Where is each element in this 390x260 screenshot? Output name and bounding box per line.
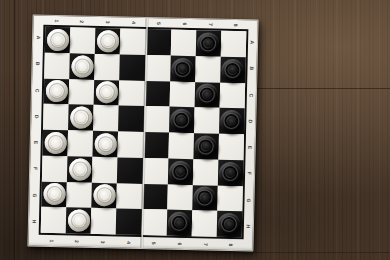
coord-right-F: F	[247, 172, 252, 175]
coord-left-C: C	[34, 88, 39, 92]
square-G5[interactable]	[142, 183, 168, 209]
square-G6[interactable]	[167, 184, 193, 210]
coord-top-3: 3	[105, 20, 110, 23]
square-E6[interactable]	[168, 133, 194, 159]
square-D5[interactable]	[144, 106, 170, 132]
square-E8[interactable]	[218, 134, 244, 160]
black-checker[interactable]	[168, 212, 190, 234]
square-A3[interactable]	[95, 28, 121, 54]
coord-right-C: C	[248, 93, 253, 97]
square-A8[interactable]	[221, 31, 247, 57]
square-A4[interactable]	[120, 28, 146, 54]
white-checker[interactable]	[69, 158, 91, 180]
coord-left-E: E	[33, 141, 38, 144]
white-checker[interactable]	[93, 184, 115, 206]
square-D7[interactable]	[194, 107, 220, 133]
black-checker[interactable]	[196, 84, 218, 106]
square-H3[interactable]	[91, 208, 117, 234]
square-G1[interactable]	[41, 181, 67, 207]
coord-bottom-6: 6	[177, 242, 182, 245]
black-checker[interactable]	[197, 32, 219, 54]
square-H7[interactable]	[191, 210, 217, 236]
square-C6[interactable]	[169, 81, 195, 107]
board-grid	[39, 25, 249, 240]
black-checker[interactable]	[171, 57, 193, 79]
white-checker[interactable]	[95, 81, 117, 103]
white-checker[interactable]	[70, 106, 92, 128]
square-D2[interactable]	[68, 105, 94, 131]
coord-top-4: 4	[131, 21, 136, 24]
black-checker[interactable]	[195, 135, 217, 157]
square-B4[interactable]	[120, 54, 146, 80]
square-E7[interactable]	[193, 133, 219, 159]
coord-top-2: 2	[79, 20, 84, 23]
white-checker[interactable]	[71, 55, 93, 77]
coord-right-H: H	[245, 224, 250, 228]
wood-plank-seam	[14, 0, 16, 260]
square-B3[interactable]	[94, 54, 120, 80]
black-checker[interactable]	[194, 187, 216, 209]
square-G7[interactable]	[192, 185, 218, 211]
coord-top-8: 8	[233, 23, 238, 26]
square-E3[interactable]	[93, 131, 119, 157]
coord-left-H: H	[31, 220, 36, 224]
coord-top-5: 5	[156, 21, 161, 24]
white-checker[interactable]	[44, 132, 66, 154]
coord-right-G: G	[246, 198, 251, 202]
wood-plank-seam	[255, 252, 390, 253]
square-H1[interactable]	[41, 207, 67, 233]
black-checker[interactable]	[222, 58, 244, 80]
square-B5[interactable]	[145, 55, 171, 81]
square-F4[interactable]	[117, 157, 143, 183]
black-checker[interactable]	[170, 109, 192, 131]
white-checker[interactable]	[97, 30, 119, 52]
coord-bottom-2: 2	[74, 240, 79, 243]
square-A2[interactable]	[70, 27, 96, 53]
wood-plank-seam	[250, 88, 390, 89]
square-F7[interactable]	[193, 159, 219, 185]
coord-top-6: 6	[182, 22, 187, 25]
square-H4[interactable]	[116, 209, 142, 235]
coord-bottom-8: 8	[228, 243, 233, 246]
square-G4[interactable]	[117, 183, 143, 209]
square-E2[interactable]	[68, 130, 94, 156]
square-H2[interactable]	[66, 208, 92, 234]
square-H5[interactable]	[141, 209, 167, 235]
square-B6[interactable]	[170, 55, 196, 81]
coord-bottom-1: 1	[49, 239, 54, 242]
square-F3[interactable]	[92, 157, 118, 183]
coord-left-G: G	[32, 193, 37, 197]
square-A1[interactable]	[45, 27, 71, 53]
square-D1[interactable]	[43, 104, 69, 130]
black-checker[interactable]	[219, 161, 241, 183]
square-C4[interactable]	[119, 80, 145, 106]
white-checker[interactable]	[46, 29, 68, 51]
square-E4[interactable]	[118, 131, 144, 157]
square-B2[interactable]	[69, 53, 95, 79]
coord-bottom-5: 5	[151, 241, 156, 244]
square-D3[interactable]	[93, 105, 119, 131]
coord-left-B: B	[35, 62, 40, 66]
black-checker[interactable]	[220, 110, 242, 132]
coord-right-D: D	[248, 119, 253, 123]
square-C3[interactable]	[94, 79, 120, 105]
square-G2[interactable]	[66, 182, 92, 208]
square-H6[interactable]	[166, 210, 192, 236]
square-F8[interactable]	[218, 159, 244, 185]
square-G3[interactable]	[92, 182, 118, 208]
white-checker[interactable]	[45, 80, 67, 102]
coord-bottom-3: 3	[100, 240, 105, 243]
white-checker[interactable]	[94, 133, 116, 155]
square-C1[interactable]	[44, 78, 70, 104]
square-B7[interactable]	[195, 56, 221, 82]
square-C2[interactable]	[69, 79, 95, 105]
square-B1[interactable]	[44, 53, 70, 79]
square-C7[interactable]	[194, 82, 220, 108]
checkers-board: 1122334455667788AABBCCDDEEFFGGHH	[27, 14, 258, 251]
square-F1[interactable]	[42, 155, 68, 181]
square-D6[interactable]	[169, 107, 195, 133]
square-C8[interactable]	[219, 82, 245, 108]
square-B8[interactable]	[220, 56, 246, 82]
coord-left-F: F	[33, 167, 38, 170]
square-E1[interactable]	[42, 130, 68, 156]
square-D8[interactable]	[219, 108, 245, 134]
square-F2[interactable]	[67, 156, 93, 182]
square-E5[interactable]	[143, 132, 169, 158]
coord-right-B: B	[249, 67, 254, 71]
coord-left-D: D	[34, 115, 39, 119]
coord-top-1: 1	[54, 19, 59, 22]
square-C5[interactable]	[144, 81, 170, 107]
white-checker[interactable]	[43, 183, 65, 205]
black-checker[interactable]	[218, 213, 240, 235]
black-checker[interactable]	[169, 160, 191, 182]
square-A6[interactable]	[170, 30, 196, 56]
square-G8[interactable]	[217, 185, 243, 211]
coord-bottom-7: 7	[203, 242, 208, 245]
coord-left-A: A	[36, 36, 41, 40]
coord-top-7: 7	[208, 23, 213, 26]
square-F5[interactable]	[142, 158, 168, 184]
square-A5[interactable]	[145, 29, 171, 55]
coord-bottom-4: 4	[126, 241, 131, 244]
white-checker[interactable]	[67, 209, 89, 231]
square-F6[interactable]	[167, 158, 193, 184]
square-A7[interactable]	[196, 30, 222, 56]
square-H8[interactable]	[217, 211, 243, 237]
coord-right-E: E	[247, 146, 252, 149]
square-D4[interactable]	[118, 106, 144, 132]
coord-right-A: A	[250, 41, 255, 45]
